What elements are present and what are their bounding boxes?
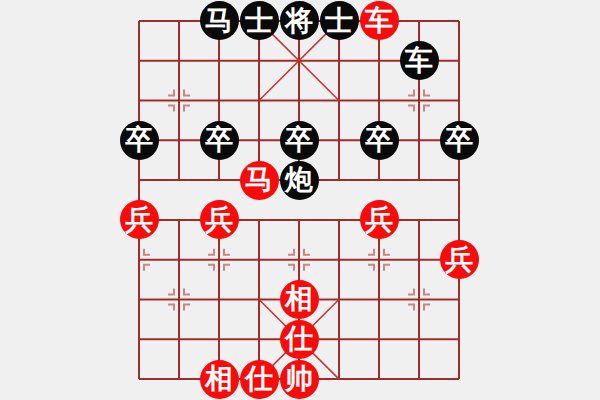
piece-red-soldier[interactable]: 兵 bbox=[120, 200, 159, 239]
piece-red-elephant[interactable]: 相 bbox=[280, 280, 319, 319]
piece-black-advisor[interactable]: 士 bbox=[320, 1, 359, 40]
piece-black-soldier[interactable]: 卒 bbox=[440, 121, 479, 160]
piece-black-soldier[interactable]: 卒 bbox=[120, 121, 159, 160]
piece-black-general[interactable]: 将 bbox=[280, 1, 319, 40]
piece-black-chariot[interactable]: 车 bbox=[400, 41, 439, 80]
piece-red-general[interactable]: 帅 bbox=[280, 360, 319, 399]
piece-black-soldier[interactable]: 卒 bbox=[280, 121, 319, 160]
piece-black-advisor[interactable]: 士 bbox=[240, 1, 279, 40]
piece-black-horse[interactable]: 马 bbox=[200, 1, 239, 40]
board-canvas: 马士将士车车卒卒卒卒卒马炮兵兵兵兵相仕相仕帅 bbox=[0, 0, 600, 400]
piece-red-horse[interactable]: 马 bbox=[240, 161, 279, 200]
piece-red-advisor[interactable]: 仕 bbox=[240, 360, 279, 399]
piece-red-elephant[interactable]: 相 bbox=[200, 360, 239, 399]
piece-red-chariot[interactable]: 车 bbox=[360, 1, 399, 40]
piece-black-soldier[interactable]: 卒 bbox=[360, 121, 399, 160]
piece-red-soldier[interactable]: 兵 bbox=[200, 200, 239, 239]
piece-red-soldier[interactable]: 兵 bbox=[440, 240, 479, 279]
piece-black-cannon[interactable]: 炮 bbox=[280, 161, 319, 200]
piece-red-advisor[interactable]: 仕 bbox=[280, 320, 319, 359]
piece-black-soldier[interactable]: 卒 bbox=[200, 121, 239, 160]
piece-layer: 马士将士车车卒卒卒卒卒马炮兵兵兵兵相仕相仕帅 bbox=[119, 1, 479, 399]
piece-red-soldier[interactable]: 兵 bbox=[360, 200, 399, 239]
